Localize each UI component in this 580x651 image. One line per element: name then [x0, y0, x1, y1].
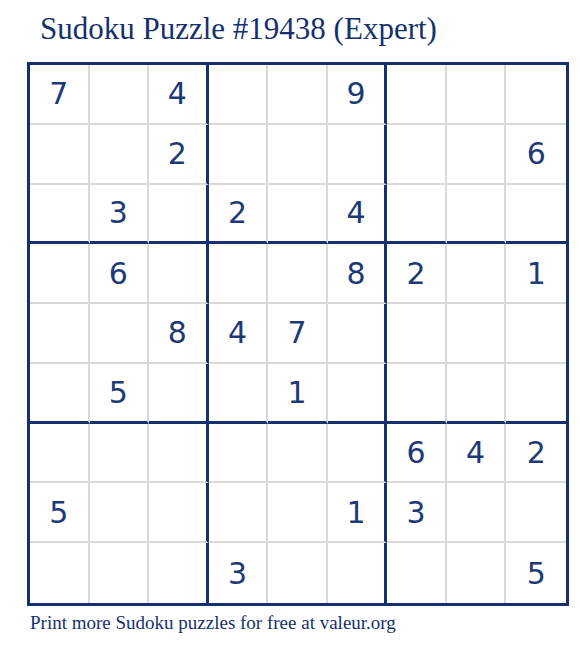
cell-r9c8: [447, 543, 507, 603]
cell-r3c8: [447, 185, 507, 245]
cell-r9c2: [90, 543, 150, 603]
cell-r2c2: [90, 125, 150, 185]
cell-r5c7: [387, 304, 447, 364]
cell-r8c4: [209, 483, 269, 543]
cell-r2c6: [328, 125, 388, 185]
cell-r2c7: [387, 125, 447, 185]
cell-r7c7: 6: [387, 424, 447, 484]
cell-r5c8: [447, 304, 507, 364]
cell-r6c5: 1: [268, 364, 328, 424]
cell-r4c3: [149, 244, 209, 304]
page-title: Sudoku Puzzle #19438 (Expert): [40, 10, 437, 47]
cell-r8c6: 1: [328, 483, 388, 543]
cell-r9c4: 3: [209, 543, 269, 603]
cell-r3c7: [387, 185, 447, 245]
cell-r3c9: [506, 185, 566, 245]
cell-r9c1: [30, 543, 90, 603]
cell-r8c3: [149, 483, 209, 543]
cell-r3c1: [30, 185, 90, 245]
cell-r3c3: [149, 185, 209, 245]
footer-text: Print more Sudoku puzzles for free at va…: [30, 612, 396, 634]
cell-r6c6: [328, 364, 388, 424]
cell-r7c3: [149, 424, 209, 484]
cell-r1c9: [506, 65, 566, 125]
cell-r3c2: 3: [90, 185, 150, 245]
cell-r8c2: [90, 483, 150, 543]
cell-r4c5: [268, 244, 328, 304]
cell-r2c4: [209, 125, 269, 185]
cell-r9c3: [149, 543, 209, 603]
cell-r4c7: 2: [387, 244, 447, 304]
cell-r8c1: 5: [30, 483, 90, 543]
cell-r4c9: 1: [506, 244, 566, 304]
cell-r5c3: 8: [149, 304, 209, 364]
cell-r1c3: 4: [149, 65, 209, 125]
cell-r3c4: 2: [209, 185, 269, 245]
cell-r1c6: 9: [328, 65, 388, 125]
cell-r5c4: 4: [209, 304, 269, 364]
cell-r1c7: [387, 65, 447, 125]
cell-r3c5: [268, 185, 328, 245]
cell-r3c6: 4: [328, 185, 388, 245]
cell-r7c5: [268, 424, 328, 484]
cell-r1c1: 7: [30, 65, 90, 125]
cell-r6c3: [149, 364, 209, 424]
cell-r1c2: [90, 65, 150, 125]
cell-r7c1: [30, 424, 90, 484]
cell-r4c4: [209, 244, 269, 304]
cell-r8c5: [268, 483, 328, 543]
cell-r6c8: [447, 364, 507, 424]
cell-r2c3: 2: [149, 125, 209, 185]
sudoku-board: 7492632468218475164251335: [27, 62, 569, 606]
cell-r6c4: [209, 364, 269, 424]
cell-r2c5: [268, 125, 328, 185]
cell-r4c1: [30, 244, 90, 304]
cell-r5c6: [328, 304, 388, 364]
cell-r4c8: [447, 244, 507, 304]
cell-r5c5: 7: [268, 304, 328, 364]
cell-r8c7: 3: [387, 483, 447, 543]
cell-r6c1: [30, 364, 90, 424]
cell-r9c5: [268, 543, 328, 603]
cell-r5c2: [90, 304, 150, 364]
cell-r7c8: 4: [447, 424, 507, 484]
cell-r4c6: 8: [328, 244, 388, 304]
cell-r9c7: [387, 543, 447, 603]
cell-r9c9: 5: [506, 543, 566, 603]
cell-r2c1: [30, 125, 90, 185]
cell-r7c2: [90, 424, 150, 484]
cell-r9c6: [328, 543, 388, 603]
cell-r1c4: [209, 65, 269, 125]
cell-r1c8: [447, 65, 507, 125]
cell-r6c7: [387, 364, 447, 424]
cell-r6c2: 5: [90, 364, 150, 424]
cell-r7c9: 2: [506, 424, 566, 484]
cell-r2c8: [447, 125, 507, 185]
cell-r8c8: [447, 483, 507, 543]
cell-r7c6: [328, 424, 388, 484]
cell-r8c9: [506, 483, 566, 543]
cell-r5c1: [30, 304, 90, 364]
cell-r2c9: 6: [506, 125, 566, 185]
cell-r7c4: [209, 424, 269, 484]
cell-r6c9: [506, 364, 566, 424]
cell-r1c5: [268, 65, 328, 125]
cell-r4c2: 6: [90, 244, 150, 304]
cell-r5c9: [506, 304, 566, 364]
